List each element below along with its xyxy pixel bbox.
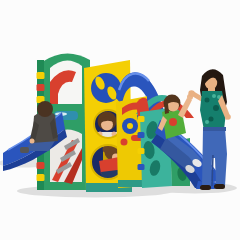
woman-right-hand: [225, 114, 231, 120]
peg-yellow: [37, 72, 45, 79]
red-knob: [121, 139, 128, 146]
woman-shoe: [214, 184, 225, 189]
peg-blue: [138, 164, 145, 170]
boy-shoe: [20, 147, 29, 153]
jeans-seam: [212, 155, 213, 186]
playground-photo: Children playing on a colorful modular p…: [0, 0, 240, 240]
top-pattern-blob: [209, 117, 214, 122]
peg-red: [37, 84, 45, 91]
woman-shoe: [200, 185, 211, 190]
peg-blue: [138, 132, 145, 138]
top-pattern-blob: [205, 98, 210, 103]
peg-yellow: [37, 174, 45, 181]
peg-yellow: [138, 148, 145, 154]
dial-center: [127, 123, 133, 129]
boy-hand: [30, 139, 35, 144]
jeans-waistband: [203, 127, 226, 131]
boy-head-hair: [37, 101, 53, 117]
peg-yellow: [138, 116, 145, 122]
top-pattern-blob: [213, 105, 219, 111]
tshirt-red-print: [169, 118, 177, 126]
top-pattern-blob: [212, 94, 216, 98]
woman-highfive-hand: [188, 90, 194, 96]
playground-scene: [0, 0, 240, 240]
top-pattern-blob: [205, 120, 209, 124]
peg-red: [37, 162, 45, 169]
